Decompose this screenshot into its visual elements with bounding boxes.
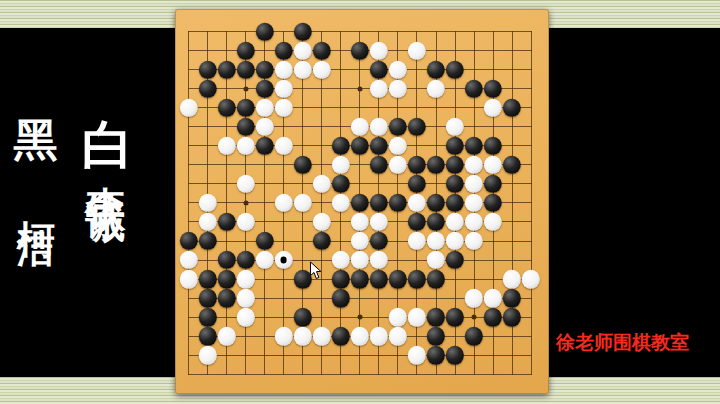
black-stone [465,137,483,155]
white-stone [293,60,311,78]
white-stone [389,60,407,78]
white-stone [351,213,369,231]
black-stone [427,346,445,364]
white-stone [313,175,331,193]
black-stone [446,156,464,174]
black-stone [236,60,254,78]
white-stone [274,98,292,116]
black-stone [255,232,273,250]
black-stone [236,118,254,136]
black-stone [446,346,464,364]
white-stone [293,41,311,59]
white-stone [389,137,407,155]
right-panel: 徐老师围棋教室 [548,28,720,377]
white-stone [332,194,350,212]
white-stone [389,156,407,174]
black-stone [217,270,235,288]
black-stone [236,41,254,59]
white-stone [274,60,292,78]
black-stone [370,156,388,174]
white-stone [236,175,254,193]
white-stone [293,194,311,212]
black-stone [427,194,445,212]
video-frame: { "game": "go", "board_size": 19, "playe… [0,0,720,404]
black-stone [427,156,445,174]
black-stone [217,98,235,116]
black-stone [427,327,445,345]
black-stone [427,60,445,78]
black-stone [313,232,331,250]
white-stone [179,251,197,269]
black-stone [370,270,388,288]
white-stone [408,308,426,326]
white-stone [446,118,464,136]
white-stone [351,118,369,136]
white-stone [427,251,445,269]
black-stone [313,41,331,59]
black-stone [408,213,426,231]
black-stone [293,308,311,326]
black-stone [427,213,445,231]
white-stone [293,327,311,345]
star-point [243,86,248,91]
black-stone [255,60,273,78]
black-stone [389,118,407,136]
black-stone [408,118,426,136]
board-grid [188,31,532,375]
black-stone [351,194,369,212]
black-stone [217,251,235,269]
white-stone [351,327,369,345]
black-stone [484,175,502,193]
white-stone [313,327,331,345]
left-panel: 黑 柯洁 白 李钦诚 [0,28,176,377]
white-stone [274,327,292,345]
white-stone [198,194,216,212]
white-stone [370,41,388,59]
black-stone [217,289,235,307]
white-stone [427,232,445,250]
black-stone [351,41,369,59]
black-stone [389,270,407,288]
white-stone [389,79,407,97]
white-stone [370,251,388,269]
white-stone [465,289,483,307]
black-stone [332,289,350,307]
white-stone [408,194,426,212]
black-player-label: 黑 [14,84,58,92]
black-stone [484,79,502,97]
white-stone [465,175,483,193]
white-stone [313,60,331,78]
black-stone [198,270,216,288]
white-stone [198,346,216,364]
white-stone [236,289,254,307]
black-stone [198,79,216,97]
white-stone [465,213,483,231]
white-stone [332,156,350,174]
black-stone [217,213,235,231]
white-stone [503,270,521,288]
black-stone [293,22,311,40]
black-stone [446,308,464,326]
black-stone [484,308,502,326]
white-stone [274,137,292,155]
white-stone [484,213,502,231]
white-stone [274,79,292,97]
black-stone [293,156,311,174]
black-stone [446,175,464,193]
black-stone [370,194,388,212]
black-stone [332,175,350,193]
white-stone [236,213,254,231]
white-stone [217,137,235,155]
black-stone [408,175,426,193]
black-stone [446,137,464,155]
white-stone [446,232,464,250]
white-stone [198,213,216,231]
white-stone [484,156,502,174]
star-point [357,86,362,91]
black-stone [255,137,273,155]
white-stone [179,98,197,116]
black-stone [179,232,197,250]
white-stone [427,79,445,97]
black-stone [236,251,254,269]
white-player-label: 白 [82,78,134,86]
black-stone [408,156,426,174]
black-stone [446,194,464,212]
white-stone [370,327,388,345]
black-stone [503,98,521,116]
white-stone [408,232,426,250]
white-stone [370,213,388,231]
white-stone [408,346,426,364]
black-stone [427,270,445,288]
black-stone [198,308,216,326]
white-stone [389,327,407,345]
white-stone [370,118,388,136]
black-stone [503,289,521,307]
white-stone [255,118,273,136]
white-stone [465,156,483,174]
black-stone [484,137,502,155]
channel-watermark: 徐老师围棋教室 [556,330,720,356]
black-stone [255,79,273,97]
star-point [357,315,362,320]
white-stone [236,308,254,326]
white-stone [484,289,502,307]
white-stone [236,137,254,155]
black-stone [408,270,426,288]
black-stone [198,327,216,345]
white-stone [313,213,331,231]
black-stone [198,232,216,250]
black-stone [198,289,216,307]
mouse-cursor-icon [309,261,322,280]
black-stone [465,327,483,345]
white-stone [351,251,369,269]
black-stone [332,327,350,345]
black-stone [255,22,273,40]
black-stone [370,60,388,78]
black-stone [351,270,369,288]
white-stone [465,194,483,212]
white-stone [255,251,273,269]
black-stone [484,194,502,212]
star-point [471,315,476,320]
black-stone [332,137,350,155]
black-stone [351,137,369,155]
black-stone [370,137,388,155]
white-stone [484,98,502,116]
white-player-name: 李钦诚 [86,154,126,178]
go-board [175,9,549,394]
white-stone [236,270,254,288]
white-stone [274,251,292,269]
black-stone [274,41,292,59]
black-stone [389,194,407,212]
last-move-marker [280,257,287,264]
black-stone [465,79,483,97]
black-stone [198,60,216,78]
white-stone [274,194,292,212]
white-stone [408,41,426,59]
star-point [243,200,248,205]
white-stone [465,232,483,250]
white-stone [332,251,350,269]
white-stone [351,232,369,250]
black-stone [332,270,350,288]
black-stone [217,60,235,78]
black-stone [503,156,521,174]
white-stone [370,79,388,97]
white-stone [522,270,540,288]
white-stone [389,308,407,326]
white-stone [255,98,273,116]
black-stone [236,98,254,116]
black-player-name: 柯洁 [17,190,55,206]
white-stone [179,270,197,288]
white-stone [217,327,235,345]
white-stone [446,213,464,231]
black-stone [446,60,464,78]
black-stone [503,308,521,326]
black-stone [446,251,464,269]
black-stone [370,232,388,250]
black-stone [427,308,445,326]
